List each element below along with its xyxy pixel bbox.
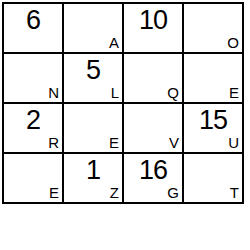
cell-letter: A bbox=[109, 35, 119, 50]
cell-r3c1[interactable]: 2 R bbox=[4, 104, 62, 152]
puzzle-board: 6 A 10 O N 5 L Q E bbox=[2, 2, 244, 204]
cell-letter: R bbox=[48, 135, 59, 150]
cell-r4c3[interactable]: 16 G bbox=[124, 154, 182, 202]
cell-letter: Z bbox=[110, 185, 119, 200]
cell-r4c4[interactable]: T bbox=[184, 154, 242, 202]
cell-letter: E bbox=[109, 135, 119, 150]
cell-number: 16 bbox=[124, 154, 182, 188]
cell-r2c2[interactable]: 5 L bbox=[64, 54, 122, 102]
cell-number: 2 bbox=[4, 104, 62, 138]
cell-letter: U bbox=[228, 135, 239, 150]
cell-letter: O bbox=[227, 35, 239, 50]
cell-r2c4[interactable]: E bbox=[184, 54, 242, 102]
cell-letter: N bbox=[48, 85, 59, 100]
cell-r2c3[interactable]: Q bbox=[124, 54, 182, 102]
cell-r3c4[interactable]: 15 U bbox=[184, 104, 242, 152]
cell-letter: E bbox=[229, 85, 239, 100]
cell-r1c1[interactable]: 6 bbox=[4, 4, 62, 52]
cell-number: 5 bbox=[64, 54, 122, 88]
cell-r1c4[interactable]: O bbox=[184, 4, 242, 52]
cell-r3c3[interactable]: V bbox=[124, 104, 182, 152]
cell-r4c1[interactable]: E bbox=[4, 154, 62, 202]
cell-r2c1[interactable]: N bbox=[4, 54, 62, 102]
cell-r1c2[interactable]: A bbox=[64, 4, 122, 52]
cell-number: 10 bbox=[124, 4, 182, 38]
cell-number: 1 bbox=[64, 154, 122, 188]
cell-r3c2[interactable]: E bbox=[64, 104, 122, 152]
cell-letter: Q bbox=[167, 85, 179, 100]
cell-letter: E bbox=[49, 185, 59, 200]
cell-letter: V bbox=[169, 135, 179, 150]
cell-number: 6 bbox=[4, 4, 62, 38]
cell-number: 15 bbox=[184, 104, 242, 138]
puzzle-page: 6 A 10 O N 5 L Q E bbox=[0, 0, 250, 250]
cell-letter: L bbox=[111, 85, 119, 100]
cell-letter: T bbox=[230, 185, 239, 200]
cell-r4c2[interactable]: 1 Z bbox=[64, 154, 122, 202]
cell-letter: G bbox=[167, 185, 179, 200]
cell-r1c3[interactable]: 10 bbox=[124, 4, 182, 52]
